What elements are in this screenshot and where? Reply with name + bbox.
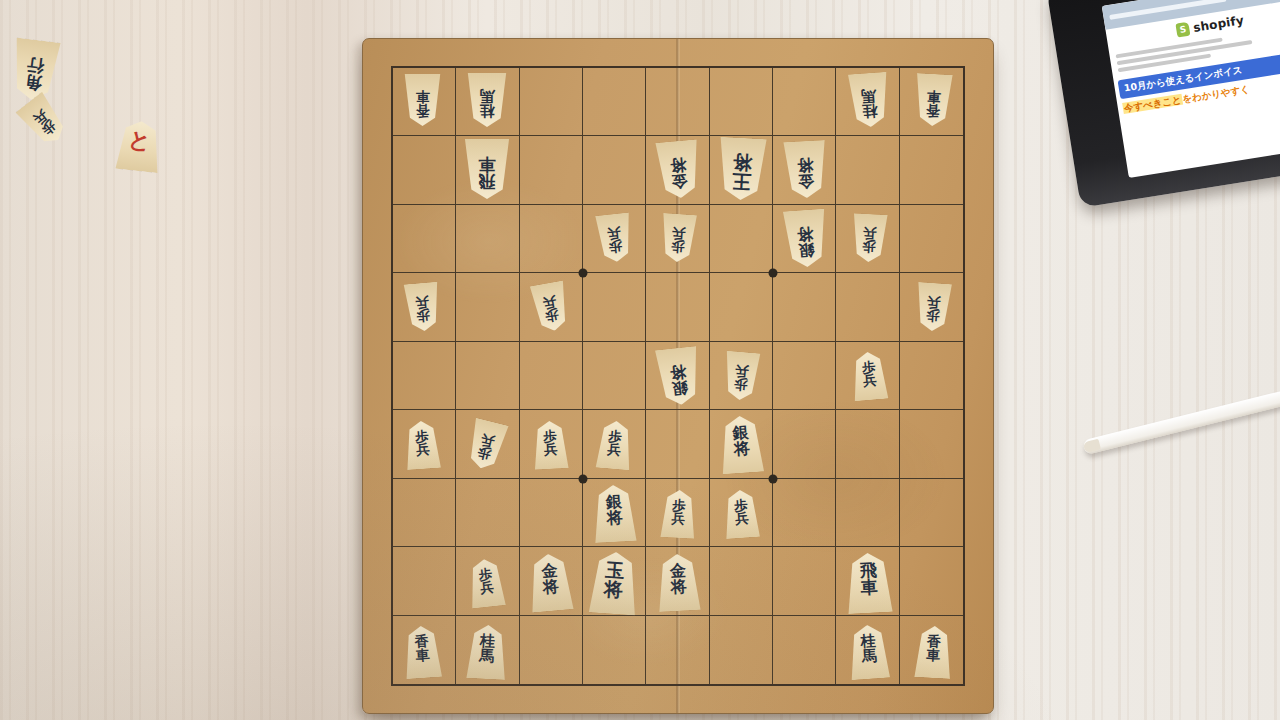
board-cell — [773, 342, 836, 410]
piece-kanji: 兵 — [671, 512, 685, 526]
tablet-device[interactable]: S shopify 10月から使えるインボイス 今すべきことをわかりやすく — [1046, 0, 1280, 208]
board-cell — [520, 68, 583, 136]
piece-kanji: 兵 — [862, 226, 876, 240]
board-cell — [900, 547, 963, 615]
piece-kanji: 兵 — [415, 295, 430, 309]
piece-kanji: 兵 — [416, 443, 430, 457]
piece-kanji: 兵 — [542, 295, 558, 310]
board-cell — [393, 479, 456, 547]
board-cell — [773, 616, 836, 684]
piece-kanji: と — [127, 129, 152, 153]
piece-kanji: 将 — [732, 154, 752, 174]
piece-kanji: 兵 — [735, 364, 750, 378]
board-cell — [710, 68, 773, 136]
piece-kanji: 車 — [926, 648, 941, 662]
piece-kanji: 将 — [669, 363, 687, 380]
board-cell — [393, 205, 456, 273]
piece-kanji: 車 — [416, 648, 431, 663]
piece-kanji: 車 — [861, 578, 879, 596]
board-cell — [710, 547, 773, 615]
piece-kanji: 将 — [670, 578, 687, 594]
piece-kanji: 兵 — [544, 443, 558, 457]
board-cell — [773, 68, 836, 136]
tablet-screen: S shopify 10月から使えるインボイス 今すべきことをわかりやすく — [1102, 0, 1280, 178]
piece-kanji: 兵 — [862, 374, 877, 388]
board-cell — [900, 479, 963, 547]
piece-kanji: 馬 — [479, 648, 495, 663]
star-point — [579, 269, 588, 278]
board-cell — [900, 205, 963, 273]
piece-kanji: 車 — [926, 90, 941, 104]
piece-kanji: 馬 — [861, 89, 877, 105]
board-cell — [520, 205, 583, 273]
board-cell — [710, 616, 773, 684]
board-cell — [520, 479, 583, 547]
board-cell — [646, 410, 709, 478]
piece-kanji: 桂 — [862, 103, 878, 119]
board-cell — [583, 342, 646, 410]
piece-kanji: 将 — [604, 579, 624, 599]
piece-kanji: 将 — [734, 440, 751, 457]
board-cell — [836, 479, 899, 547]
board-cell — [583, 273, 646, 341]
shogi-board: 香車桂馬桂馬香車飛車金将王将金将歩兵歩兵銀将歩兵歩兵歩兵歩兵銀将歩兵歩兵歩兵歩兵… — [362, 38, 994, 714]
board-cell — [520, 136, 583, 204]
board-cell — [836, 136, 899, 204]
piece-kanji: 将 — [669, 157, 686, 174]
shopify-bag-icon: S — [1175, 22, 1190, 38]
board-cell — [456, 342, 519, 410]
star-point — [769, 474, 778, 483]
board-cell — [393, 547, 456, 615]
board-cell — [836, 273, 899, 341]
piece-kanji: 香 — [416, 104, 430, 118]
board-cell — [456, 479, 519, 547]
star-point — [579, 474, 588, 483]
board-cell — [646, 273, 709, 341]
piece-kanji: 車 — [416, 90, 430, 104]
piece-kanji: 行 — [26, 57, 45, 76]
piece-kanji: 将 — [542, 578, 559, 595]
board-cell — [710, 273, 773, 341]
piece-kanji: 兵 — [606, 226, 621, 241]
piece-kanji: 将 — [797, 157, 814, 173]
board-cell — [773, 273, 836, 341]
piece-kanji: 兵 — [606, 443, 621, 457]
board-cell — [836, 410, 899, 478]
board-cell — [456, 273, 519, 341]
piece-kanji: 将 — [797, 226, 814, 243]
board-cell — [773, 410, 836, 478]
piece-kanji: 桂 — [479, 104, 494, 119]
board-cell — [646, 68, 709, 136]
board-cell — [583, 68, 646, 136]
piece-kanji: 飛 — [478, 174, 495, 191]
board-cell — [646, 616, 709, 684]
piece-kanji: 王 — [731, 172, 751, 192]
board-cell — [393, 342, 456, 410]
piece-kanji: 馬 — [479, 89, 494, 104]
piece-kanji: 兵 — [671, 226, 685, 240]
board-cell — [393, 136, 456, 204]
piece-kanji: 兵 — [926, 295, 940, 309]
piece-kanji: 香 — [925, 103, 940, 117]
piece-kanji: 馬 — [862, 648, 878, 664]
board-cell — [583, 136, 646, 204]
piece-kanji: 将 — [606, 510, 623, 526]
board-cell — [583, 616, 646, 684]
board-cell — [900, 410, 963, 478]
board-cell — [520, 616, 583, 684]
board-cell — [900, 136, 963, 204]
pen-tip — [1083, 439, 1101, 454]
board-cell — [773, 547, 836, 615]
board-cell — [710, 205, 773, 273]
piece-kanji: 兵 — [480, 580, 495, 595]
piece-kanji: 車 — [478, 157, 495, 174]
board-cell — [900, 342, 963, 410]
board-cell — [456, 205, 519, 273]
board-cell — [520, 342, 583, 410]
board-cell — [773, 479, 836, 547]
piece-kanji: 兵 — [735, 512, 749, 526]
piece-kanji: 兵 — [480, 432, 496, 448]
star-point — [769, 269, 778, 278]
